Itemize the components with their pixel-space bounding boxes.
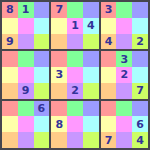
cell-r2c1[interactable] <box>2 18 18 34</box>
cell-r1c9[interactable] <box>132 2 148 18</box>
cell-r4c5[interactable] <box>67 51 83 67</box>
cell-r3c6[interactable] <box>83 34 99 50</box>
cell-r5c8[interactable]: 2 <box>116 67 132 83</box>
box-r3c2: 8 <box>51 101 98 148</box>
cell-r2c9[interactable] <box>132 18 148 34</box>
cell-r9c1[interactable] <box>2 132 18 148</box>
cell-r8c1[interactable] <box>2 116 18 132</box>
cell-r1c2[interactable]: 1 <box>18 2 34 18</box>
cell-r4c4[interactable] <box>51 51 67 67</box>
cell-r9c6[interactable] <box>83 132 99 148</box>
cell-r8c6[interactable] <box>83 116 99 132</box>
box-r3c3: 674 <box>101 101 148 148</box>
cell-r6c7[interactable] <box>101 83 117 99</box>
cell-r7c8[interactable] <box>116 101 132 117</box>
cell-r1c3[interactable] <box>34 2 50 18</box>
cell-r6c4[interactable] <box>51 83 67 99</box>
cell-r1c8[interactable] <box>116 2 132 18</box>
box-r1c3: 342 <box>101 2 148 49</box>
cell-r6c3[interactable] <box>34 83 50 99</box>
box-r2c2: 32 <box>51 51 98 98</box>
cell-r8c4[interactable]: 8 <box>51 116 67 132</box>
cell-r5c5[interactable] <box>67 67 83 83</box>
box-r1c1: 819 <box>2 2 49 49</box>
cell-r6c6[interactable] <box>83 83 99 99</box>
cell-r2c4[interactable] <box>51 18 67 34</box>
cell-r1c6[interactable] <box>83 2 99 18</box>
sudoku-board: 81971434293232768674 <box>0 0 150 150</box>
cell-r2c3[interactable] <box>34 18 50 34</box>
cell-r4c8[interactable]: 3 <box>116 51 132 67</box>
cell-r4c2[interactable] <box>18 51 34 67</box>
cell-r8c8[interactable] <box>116 116 132 132</box>
cell-r7c2[interactable] <box>18 101 34 117</box>
cell-r7c1[interactable] <box>2 101 18 117</box>
cell-r3c5[interactable] <box>67 34 83 50</box>
cell-r7c4[interactable] <box>51 101 67 117</box>
cell-r1c5[interactable] <box>67 2 83 18</box>
cell-r5c1[interactable] <box>2 67 18 83</box>
cell-r8c2[interactable] <box>18 116 34 132</box>
cell-r1c4[interactable]: 7 <box>51 2 67 18</box>
cell-r1c7[interactable]: 3 <box>101 2 117 18</box>
cell-r8c5[interactable] <box>67 116 83 132</box>
cell-r3c9[interactable]: 2 <box>132 34 148 50</box>
cell-r2c2[interactable] <box>18 18 34 34</box>
cell-r3c4[interactable] <box>51 34 67 50</box>
cell-r7c5[interactable] <box>67 101 83 117</box>
cell-r7c7[interactable] <box>101 101 117 117</box>
cell-r9c3[interactable] <box>34 132 50 148</box>
cell-r3c8[interactable] <box>116 34 132 50</box>
cell-r6c9[interactable]: 7 <box>132 83 148 99</box>
cell-r6c2[interactable]: 9 <box>18 83 34 99</box>
cell-r8c9[interactable]: 6 <box>132 116 148 132</box>
cell-r6c5[interactable]: 2 <box>67 83 83 99</box>
cell-r4c9[interactable] <box>132 51 148 67</box>
cell-r5c7[interactable] <box>101 67 117 83</box>
cell-r5c2[interactable] <box>18 67 34 83</box>
cell-r3c2[interactable] <box>18 34 34 50</box>
cell-r3c7[interactable]: 4 <box>101 34 117 50</box>
cell-r4c7[interactable] <box>101 51 117 67</box>
box-r2c3: 327 <box>101 51 148 98</box>
cell-r9c2[interactable] <box>18 132 34 148</box>
cell-r7c3[interactable]: 6 <box>34 101 50 117</box>
cell-r8c7[interactable] <box>101 116 117 132</box>
cell-r9c7[interactable]: 7 <box>101 132 117 148</box>
cell-r3c1[interactable]: 9 <box>2 34 18 50</box>
cell-r7c6[interactable] <box>83 101 99 117</box>
cell-r9c8[interactable] <box>116 132 132 148</box>
cell-r4c6[interactable] <box>83 51 99 67</box>
cell-r1c1[interactable]: 8 <box>2 2 18 18</box>
cell-r5c6[interactable] <box>83 67 99 83</box>
cell-r9c9[interactable]: 4 <box>132 132 148 148</box>
cell-r7c9[interactable] <box>132 101 148 117</box>
cell-r3c3[interactable] <box>34 34 50 50</box>
cell-r2c6[interactable]: 4 <box>83 18 99 34</box>
cell-r4c1[interactable] <box>2 51 18 67</box>
cell-r9c4[interactable] <box>51 132 67 148</box>
box-r2c1: 9 <box>2 51 49 98</box>
cell-r4c3[interactable] <box>34 51 50 67</box>
cell-r6c8[interactable] <box>116 83 132 99</box>
cell-r5c4[interactable]: 3 <box>51 67 67 83</box>
cell-r9c5[interactable] <box>67 132 83 148</box>
cell-r5c3[interactable] <box>34 67 50 83</box>
box-r1c2: 714 <box>51 2 98 49</box>
cell-r2c8[interactable] <box>116 18 132 34</box>
cell-r8c3[interactable] <box>34 116 50 132</box>
cell-r6c1[interactable] <box>2 83 18 99</box>
cell-r2c7[interactable] <box>101 18 117 34</box>
cell-r5c9[interactable] <box>132 67 148 83</box>
box-r3c1: 6 <box>2 101 49 148</box>
cell-r2c5[interactable]: 1 <box>67 18 83 34</box>
